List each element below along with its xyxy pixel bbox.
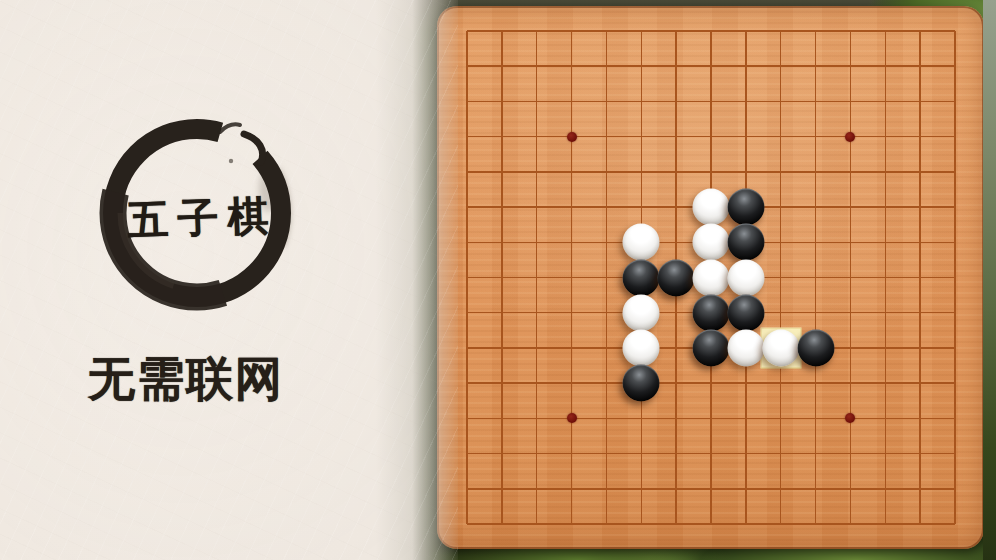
stone-black <box>623 259 660 296</box>
stone-black <box>623 365 660 402</box>
stone-white <box>693 224 730 261</box>
grid-line-horizontal <box>467 453 955 455</box>
gomoku-board[interactable] <box>437 6 984 549</box>
star-point <box>567 413 577 423</box>
board-grid <box>467 31 955 524</box>
grid-line-horizontal <box>467 418 955 420</box>
star-point <box>845 132 855 142</box>
grid-line-vertical <box>815 31 817 524</box>
stone-black <box>693 294 730 331</box>
stone-black <box>693 329 730 366</box>
stone-white <box>693 189 730 226</box>
grid-line-horizontal <box>467 382 955 384</box>
stone-black <box>797 329 834 366</box>
star-point <box>845 413 855 423</box>
star-point <box>567 132 577 142</box>
logo-title: 五子棋 <box>91 187 305 249</box>
stone-white <box>623 294 660 331</box>
stone-white <box>727 329 764 366</box>
stone-white <box>727 259 764 296</box>
stone-black <box>658 259 695 296</box>
stone-black <box>727 189 764 226</box>
grid-line-horizontal <box>467 488 955 490</box>
stone-black <box>727 224 764 261</box>
grid-line-vertical <box>954 31 956 524</box>
stone-white <box>762 329 799 366</box>
grid-line-vertical <box>780 31 782 524</box>
grid-line-vertical <box>850 31 852 524</box>
grid-line-vertical <box>885 31 887 524</box>
stone-white <box>693 259 730 296</box>
left-panel: 五子棋 无需联网 <box>0 0 458 560</box>
stone-white <box>623 224 660 261</box>
grid-line-vertical <box>919 31 921 524</box>
foliage-right-edge <box>983 0 996 560</box>
app-screen: 五子棋 无需联网 <box>0 0 996 560</box>
tagline: 无需联网 <box>58 348 314 411</box>
stone-black <box>727 294 764 331</box>
stone-white <box>623 329 660 366</box>
grid-line-horizontal <box>467 523 955 525</box>
